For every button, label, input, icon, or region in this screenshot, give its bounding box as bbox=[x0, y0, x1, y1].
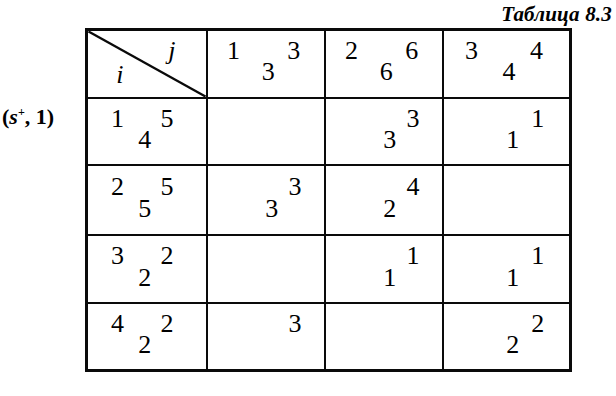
cell-value-top: 3 bbox=[289, 174, 302, 200]
cell-value-top: 2 bbox=[161, 243, 174, 269]
cell-i1-j1 bbox=[208, 99, 326, 166]
cell-value-top: 1 bbox=[531, 106, 544, 132]
cell-value-top: 1 bbox=[407, 243, 420, 269]
col-index: 2 bbox=[345, 38, 358, 64]
cell-value-top: 5 bbox=[161, 106, 174, 132]
col-header-j3: 3 4 4 bbox=[444, 31, 569, 99]
row-index: 3 bbox=[111, 243, 124, 269]
cell-value-top: 2 bbox=[161, 311, 174, 337]
col-header-j1: 1 3 3 bbox=[208, 31, 326, 99]
cell-value-bottom: 3 bbox=[383, 127, 396, 153]
row-index: 4 bbox=[111, 311, 124, 337]
cell-i3-j2: 1 1 bbox=[326, 236, 444, 304]
cell-value-bottom: 4 bbox=[138, 127, 151, 153]
cell-value-bottom: 3 bbox=[265, 196, 278, 222]
cell-i4-j2 bbox=[326, 304, 444, 369]
cell-value-bottom: 1 bbox=[506, 265, 519, 291]
cell-value-bottom: 6 bbox=[380, 59, 393, 85]
row-header-i3: 3 2 2 bbox=[88, 236, 208, 304]
cell-value-top: 4 bbox=[407, 174, 420, 200]
cell-value-top: 6 bbox=[405, 38, 418, 64]
cell-value-bottom: 2 bbox=[138, 332, 151, 358]
row-variable-label: i bbox=[116, 62, 123, 88]
table-caption: Таблица 8.3 bbox=[501, 2, 612, 27]
cell-value-top: 4 bbox=[530, 38, 543, 64]
cell-value-bottom: 5 bbox=[138, 196, 151, 222]
cell-value-bottom: 1 bbox=[506, 127, 519, 153]
state-label: (s+, 1) bbox=[2, 104, 54, 130]
state-superscript: + bbox=[18, 105, 25, 119]
cell-value-bottom: 2 bbox=[138, 265, 151, 291]
cell-value-bottom: 4 bbox=[503, 59, 516, 85]
col-index: 3 bbox=[465, 38, 478, 64]
page: Таблица 8.3 (s+, 1) j i 1 3 3 2 6 6 3 4 … bbox=[0, 0, 616, 396]
col-index: 1 bbox=[227, 38, 240, 64]
cell-i1-j3: 1 1 bbox=[444, 99, 569, 166]
cell-value-top: 1 bbox=[531, 243, 544, 269]
cell-i3-j1 bbox=[208, 236, 326, 304]
cell-i1-j2: 3 3 bbox=[326, 99, 444, 166]
cell-value-bottom: 2 bbox=[383, 196, 396, 222]
cell-value-top: 3 bbox=[287, 38, 300, 64]
col-variable-label: j bbox=[168, 38, 175, 64]
row-index: 1 bbox=[111, 106, 124, 132]
table-grid: j i 1 3 3 2 6 6 3 4 4 1 5 4 3 bbox=[85, 28, 572, 372]
cell-i2-j3 bbox=[444, 166, 569, 236]
row-header-i4: 4 2 2 bbox=[88, 304, 208, 369]
row-header-i2: 2 5 5 bbox=[88, 166, 208, 236]
cell-value-bottom: 2 bbox=[506, 332, 519, 358]
col-header-j2: 2 6 6 bbox=[326, 31, 444, 99]
cell-value-top: 5 bbox=[161, 174, 174, 200]
cell-i4-j1: 3 bbox=[208, 304, 326, 369]
cell-i3-j3: 1 1 bbox=[444, 236, 569, 304]
row-header-i1: 1 5 4 bbox=[88, 99, 208, 166]
state-label-close: , 1) bbox=[25, 104, 54, 129]
cell-value-bottom: 1 bbox=[383, 265, 396, 291]
cell-i2-j2: 4 2 bbox=[326, 166, 444, 236]
diagonal-line bbox=[88, 31, 206, 97]
cell-value-top: 2 bbox=[531, 311, 544, 337]
cell-i4-j3: 2 2 bbox=[444, 304, 569, 369]
cell-value-top: 3 bbox=[407, 106, 420, 132]
row-index: 2 bbox=[111, 174, 124, 200]
cell-value-top: 3 bbox=[289, 311, 302, 337]
cell-value-bottom: 3 bbox=[262, 59, 275, 85]
corner-cell: j i bbox=[88, 31, 208, 99]
state-variable: s bbox=[9, 104, 18, 129]
cell-i2-j1: 3 3 bbox=[208, 166, 326, 236]
